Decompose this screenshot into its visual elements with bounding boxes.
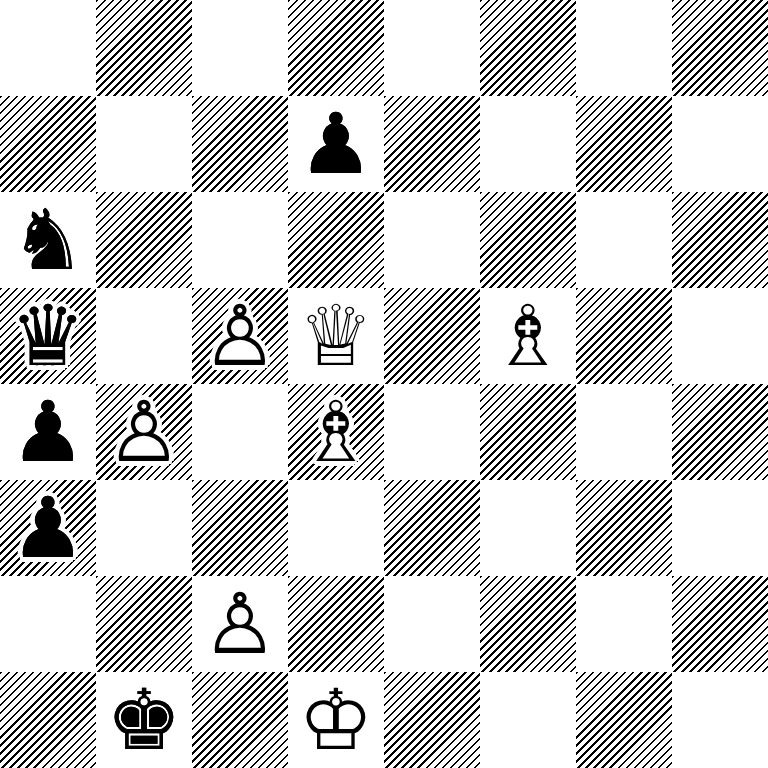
square-g5[interactable] [576,288,672,384]
square-d4[interactable]: ♝♗ [288,384,384,480]
black-king-glyph: ♚ [96,672,192,768]
black-pawn[interactable]: ♟♟ [0,384,96,480]
square-d6[interactable] [288,192,384,288]
square-h5[interactable] [672,288,768,384]
square-a1[interactable] [0,672,96,768]
black-queen-glyph: ♛ [0,288,96,384]
square-h3[interactable] [672,480,768,576]
white-bishop-glyph: ♗ [288,384,384,480]
square-f1[interactable] [480,672,576,768]
square-e8[interactable] [384,0,480,96]
square-h7[interactable] [672,96,768,192]
white-pawn[interactable]: ♟♙ [96,384,192,480]
square-f7[interactable] [480,96,576,192]
square-g4[interactable] [576,384,672,480]
square-b6[interactable] [96,192,192,288]
square-f6[interactable] [480,192,576,288]
white-king[interactable]: ♚♔ [288,672,384,768]
chess-board: ♟♟♞♞♛♛♟♙♛♕♝♗♟♟♟♙♝♗♟♟♟♙♚♚♚♔ [0,0,768,768]
square-c4[interactable] [192,384,288,480]
square-g2[interactable] [576,576,672,672]
black-pawn-glyph: ♟ [0,480,96,576]
white-pawn-glyph: ♙ [192,576,288,672]
square-a4[interactable]: ♟♟ [0,384,96,480]
square-a3[interactable]: ♟♟ [0,480,96,576]
white-pawn[interactable]: ♟♙ [192,288,288,384]
square-f3[interactable] [480,480,576,576]
white-pawn[interactable]: ♟♙ [192,576,288,672]
square-g8[interactable] [576,0,672,96]
square-b8[interactable] [96,0,192,96]
black-queen[interactable]: ♛♛ [0,288,96,384]
square-g1[interactable] [576,672,672,768]
square-e6[interactable] [384,192,480,288]
square-c1[interactable] [192,672,288,768]
black-pawn-glyph: ♟ [0,384,96,480]
square-b2[interactable] [96,576,192,672]
square-d5[interactable]: ♛♕ [288,288,384,384]
square-d8[interactable] [288,0,384,96]
square-a7[interactable] [0,96,96,192]
square-e1[interactable] [384,672,480,768]
square-c3[interactable] [192,480,288,576]
square-a6[interactable]: ♞♞ [0,192,96,288]
square-f2[interactable] [480,576,576,672]
square-b4[interactable]: ♟♙ [96,384,192,480]
black-pawn-glyph: ♟ [288,96,384,192]
square-h4[interactable] [672,384,768,480]
square-f8[interactable] [480,0,576,96]
square-a5[interactable]: ♛♛ [0,288,96,384]
square-e7[interactable] [384,96,480,192]
square-c7[interactable] [192,96,288,192]
square-a8[interactable] [0,0,96,96]
white-bishop[interactable]: ♝♗ [288,384,384,480]
square-c6[interactable] [192,192,288,288]
black-pawn[interactable]: ♟♟ [288,96,384,192]
square-f4[interactable] [480,384,576,480]
square-g6[interactable] [576,192,672,288]
black-king[interactable]: ♚♚ [96,672,192,768]
square-h1[interactable] [672,672,768,768]
square-d1[interactable]: ♚♔ [288,672,384,768]
white-queen-glyph: ♕ [288,288,384,384]
white-bishop[interactable]: ♝♗ [480,288,576,384]
white-queen[interactable]: ♛♕ [288,288,384,384]
square-b1[interactable]: ♚♚ [96,672,192,768]
square-e2[interactable] [384,576,480,672]
square-e4[interactable] [384,384,480,480]
square-c5[interactable]: ♟♙ [192,288,288,384]
black-knight[interactable]: ♞♞ [0,192,96,288]
square-h8[interactable] [672,0,768,96]
white-bishop-glyph: ♗ [480,288,576,384]
square-a2[interactable] [0,576,96,672]
square-b5[interactable] [96,288,192,384]
square-c2[interactable]: ♟♙ [192,576,288,672]
square-d7[interactable]: ♟♟ [288,96,384,192]
white-pawn-glyph: ♙ [192,288,288,384]
square-c8[interactable] [192,0,288,96]
square-g3[interactable] [576,480,672,576]
square-g7[interactable] [576,96,672,192]
white-pawn-glyph: ♙ [96,384,192,480]
square-e3[interactable] [384,480,480,576]
square-d2[interactable] [288,576,384,672]
square-b3[interactable] [96,480,192,576]
square-f5[interactable]: ♝♗ [480,288,576,384]
square-h2[interactable] [672,576,768,672]
black-pawn[interactable]: ♟♟ [0,480,96,576]
square-b7[interactable] [96,96,192,192]
square-e5[interactable] [384,288,480,384]
square-h6[interactable] [672,192,768,288]
black-knight-glyph: ♞ [0,192,96,288]
square-d3[interactable] [288,480,384,576]
white-king-glyph: ♔ [288,672,384,768]
